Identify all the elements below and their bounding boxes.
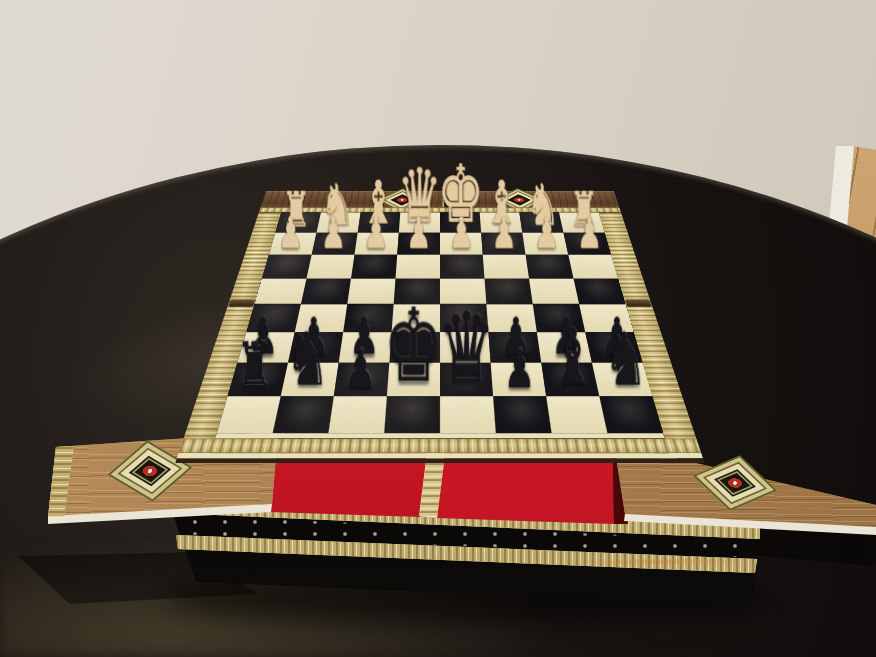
piece-black-knight[interactable]: ♞ <box>286 325 330 395</box>
piece-white-pawn[interactable]: ♟ <box>321 213 346 254</box>
square: ♟ <box>269 233 317 255</box>
square: ♝ <box>541 363 599 397</box>
piece-black-bishop[interactable]: ♝ <box>550 323 595 395</box>
square <box>395 255 440 279</box>
piece-white-pawn[interactable]: ♟ <box>534 213 559 254</box>
square: ♜ <box>228 363 288 397</box>
piece-black-pawn[interactable]: ♟ <box>504 344 535 394</box>
medallion-star <box>720 473 751 493</box>
square: ♞ <box>592 363 652 397</box>
piece-white-pawn[interactable]: ♟ <box>491 213 516 254</box>
square <box>262 255 312 279</box>
piece-white-pawn[interactable]: ♟ <box>278 213 303 254</box>
square <box>328 396 386 433</box>
board-grid: ♜♞♝♛♚♝♞♜♟♟♟♟♟♟♟♟♟♟♟♟♟♟♜♞♟♚♛♟♝♞ <box>217 212 663 433</box>
box-reflection-line <box>560 560 760 564</box>
square <box>273 396 334 433</box>
square: ♟ <box>563 233 611 255</box>
square <box>440 396 496 433</box>
square: ♟ <box>354 233 398 255</box>
piece-black-rook[interactable]: ♜ <box>236 336 273 395</box>
square <box>526 255 574 279</box>
square: ♟ <box>440 233 483 255</box>
square: ♟ <box>481 233 525 255</box>
square: ♟ <box>522 233 568 255</box>
square <box>529 278 579 304</box>
square <box>440 255 485 279</box>
square: ♟ <box>397 233 440 255</box>
square <box>254 278 306 304</box>
piece-black-king[interactable]: ♚ <box>384 299 444 395</box>
piece-white-pawn[interactable]: ♟ <box>449 213 474 254</box>
board-near-edge <box>175 459 704 464</box>
apron-center-seam <box>442 191 451 207</box>
chess-board: ♜♞♝♛♚♝♞♜♟♟♟♟♟♟♟♟♟♟♟♟♟♟♜♞♟♚♛♟♝♞ <box>175 191 704 463</box>
piece-white-pawn[interactable]: ♟ <box>363 213 388 254</box>
scene: ♜♞♝♛♚♝♞♜♟♟♟♟♟♟♟♟♟♟♟♟♟♟♜♞♟♚♛♟♝♞ <box>0 0 876 657</box>
square <box>217 396 281 433</box>
board-near-mosaic-border <box>179 438 702 453</box>
piece-black-pawn[interactable]: ♟ <box>345 344 376 394</box>
square: ♚ <box>387 363 440 397</box>
square <box>301 278 351 304</box>
square <box>384 396 440 433</box>
piece-white-pawn[interactable]: ♟ <box>577 213 602 254</box>
square: ♟ <box>491 363 547 397</box>
square <box>599 396 663 433</box>
square: ♟ <box>312 233 358 255</box>
square <box>493 396 551 433</box>
piece-black-knight[interactable]: ♞ <box>604 325 648 395</box>
square <box>574 278 626 304</box>
square <box>483 255 529 279</box>
piece-white-pawn[interactable]: ♟ <box>406 213 431 254</box>
square: ♟ <box>334 363 390 397</box>
square <box>568 255 618 279</box>
medallion-star <box>135 460 166 482</box>
piece-black-queen[interactable]: ♛ <box>438 303 495 395</box>
square: ♞ <box>281 363 339 397</box>
square: ♛ <box>440 363 493 397</box>
square <box>546 396 607 433</box>
square <box>306 255 354 279</box>
square <box>351 255 397 279</box>
